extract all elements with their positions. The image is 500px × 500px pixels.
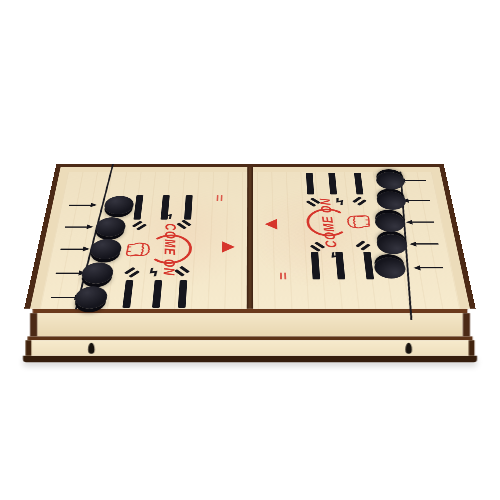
- puck: [103, 196, 135, 214]
- rink-dash-pair: [131, 221, 148, 232]
- come-on-text: COME ON: [160, 223, 179, 276]
- player-half-left: COME ON ϟϟ: [40, 172, 247, 309]
- rink-dash-mark: [122, 280, 133, 307]
- rink-dash-mark: [178, 280, 187, 307]
- base-edge: [23, 356, 477, 362]
- small-print-text: [217, 195, 223, 201]
- lane-arrow-icon: [408, 200, 430, 201]
- front-wall: [26, 340, 475, 355]
- lightning-icon: ϟ: [162, 210, 175, 221]
- lane-arrow-icon: [60, 249, 83, 250]
- goal-triangle: [222, 241, 235, 252]
- puck: [374, 213, 406, 232]
- elastic-anchor-peg-right: [405, 343, 411, 354]
- puck: [373, 258, 407, 279]
- inner-wall-front-face: [30, 313, 470, 336]
- goal-triangle: [265, 219, 278, 230]
- playfield: COME ON ϟϟ: [40, 172, 461, 309]
- small-print-text: [280, 273, 286, 280]
- puck: [80, 262, 114, 283]
- lane-arrow-icon: [420, 267, 444, 268]
- lane-arrow-icon: [415, 243, 438, 244]
- lane-arrow-icon: [56, 273, 80, 274]
- fist-icon: [345, 214, 373, 229]
- lane-arrow-icon: [404, 180, 426, 181]
- puck: [94, 217, 127, 236]
- inner-wall-rail: COME ON ϟϟ: [30, 167, 470, 309]
- rink-dash-pair: [124, 267, 142, 279]
- rink-dash-mark: [184, 195, 193, 219]
- center-divider-gate: [247, 167, 253, 309]
- rink-dash-pair: [351, 195, 367, 205]
- board-top-face: COME ON ϟϟ: [24, 164, 476, 309]
- lightning-icon: ϟ: [332, 196, 346, 207]
- rink-dash-mark: [328, 173, 337, 195]
- lane-arrow-icon: [412, 221, 435, 222]
- rink-dash-mark: [363, 252, 374, 280]
- rink-dash-mark: [354, 173, 363, 195]
- sling-puck-board-photo: COME ON ϟϟ: [24, 70, 476, 362]
- rink-dash-mark: [311, 252, 320, 280]
- fist-icon: [123, 242, 152, 258]
- lane-arrow-icon: [65, 226, 88, 227]
- lane-arrow-icon: [51, 297, 75, 298]
- lane-arrow-icon: [69, 205, 91, 206]
- elastic-anchor-peg-left: [88, 343, 94, 354]
- puck: [89, 239, 122, 259]
- puck: [73, 286, 108, 308]
- rink-dash-pair: [354, 239, 371, 250]
- outer-frame: COME ON ϟϟ: [24, 164, 476, 309]
- rink-dash-mark: [133, 195, 143, 219]
- player-half-right: COME ON ϟϟ: [253, 172, 460, 309]
- rink-dash-mark: [306, 173, 314, 195]
- rink-dash-mark: [152, 280, 162, 307]
- lightning-icon: ϟ: [147, 266, 160, 279]
